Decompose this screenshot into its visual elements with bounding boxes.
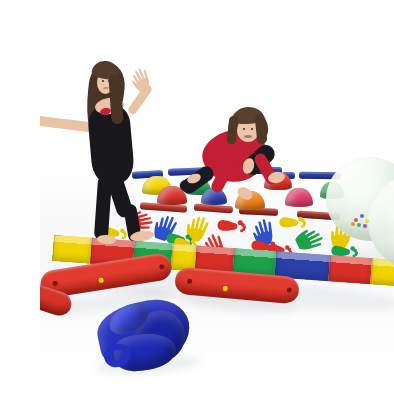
product-photo (40, 16, 394, 394)
girl-left-balancing-eye-left (102, 80, 104, 82)
balance-board-left-hole-1 (52, 281, 58, 287)
physio-ball-bead-5 (363, 224, 367, 228)
balance-board-center-hole-2 (287, 287, 292, 292)
balance-board-left-peg (98, 277, 104, 283)
girl-center-crouching-eye-left (243, 128, 245, 130)
physio-ball-bead-6 (351, 222, 355, 226)
physio-ball-bead-4 (357, 223, 361, 227)
balance-beam-segment-8 (328, 255, 372, 284)
balance-beam-segment-9 (370, 258, 394, 287)
girl-center-crouching-hair-side-right (254, 114, 267, 145)
balance-board-center-hole-1 (187, 279, 192, 284)
physio-ball-bead-1 (354, 218, 358, 222)
girl-left-balancing-arm-right-hand-shape (128, 66, 153, 93)
hand-marker-green-1-shape (293, 225, 325, 254)
balance-board-left-hole-2 (159, 264, 165, 270)
balance-board-center-peg (222, 286, 227, 291)
dome-pink (285, 188, 313, 207)
girl-center-crouching-eye-right (251, 128, 253, 130)
physio-ball-bead-3 (365, 219, 369, 223)
play-scene (40, 16, 394, 394)
balance-beam-segment-1 (52, 235, 92, 264)
physio-ball-bead-2 (360, 214, 364, 218)
foot-marker-yellow-1-sole (279, 217, 298, 228)
girl-center-crouching-mouth (244, 135, 252, 138)
red-rail-2 (194, 204, 233, 214)
